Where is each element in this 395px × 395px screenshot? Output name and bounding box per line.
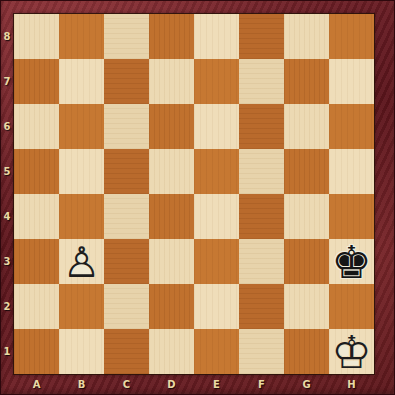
rank-label-5: 5 bbox=[0, 149, 14, 194]
square-g7[interactable] bbox=[284, 59, 329, 104]
square-e1[interactable] bbox=[194, 329, 239, 374]
square-a2[interactable] bbox=[14, 284, 59, 329]
square-b4[interactable] bbox=[59, 194, 104, 239]
square-c2[interactable] bbox=[104, 284, 149, 329]
rank-label-3: 3 bbox=[0, 239, 14, 284]
file-label-f: F bbox=[239, 374, 284, 395]
square-h6[interactable] bbox=[329, 104, 374, 149]
square-b7[interactable] bbox=[59, 59, 104, 104]
square-f7[interactable] bbox=[239, 59, 284, 104]
rank-label-7: 7 bbox=[0, 59, 14, 104]
file-label-a: A bbox=[14, 374, 59, 395]
square-b2[interactable] bbox=[59, 284, 104, 329]
square-d6[interactable] bbox=[149, 104, 194, 149]
square-b3[interactable]: ♟♙ bbox=[59, 239, 104, 284]
square-g2[interactable] bbox=[284, 284, 329, 329]
square-d3[interactable] bbox=[149, 239, 194, 284]
square-d7[interactable] bbox=[149, 59, 194, 104]
white-king-outline: ♔ bbox=[329, 329, 374, 374]
square-a4[interactable] bbox=[14, 194, 59, 239]
square-a1[interactable] bbox=[14, 329, 59, 374]
square-b6[interactable] bbox=[59, 104, 104, 149]
square-g8[interactable] bbox=[284, 14, 329, 59]
square-f2[interactable] bbox=[239, 284, 284, 329]
black-king[interactable]: ♚ bbox=[329, 239, 374, 284]
square-a7[interactable] bbox=[14, 59, 59, 104]
white-pawn[interactable]: ♟♙ bbox=[59, 239, 104, 284]
white-king[interactable]: ♚♔ bbox=[329, 329, 374, 374]
square-c1[interactable] bbox=[104, 329, 149, 374]
square-a3[interactable] bbox=[14, 239, 59, 284]
square-b1[interactable] bbox=[59, 329, 104, 374]
square-a5[interactable] bbox=[14, 149, 59, 194]
square-c8[interactable] bbox=[104, 14, 149, 59]
square-a8[interactable] bbox=[14, 14, 59, 59]
square-e7[interactable] bbox=[194, 59, 239, 104]
square-c5[interactable] bbox=[104, 149, 149, 194]
file-labels: ABCDEFGH bbox=[14, 374, 374, 395]
square-h1[interactable]: ♚♔ bbox=[329, 329, 374, 374]
square-b8[interactable] bbox=[59, 14, 104, 59]
square-c7[interactable] bbox=[104, 59, 149, 104]
rank-label-2: 2 bbox=[0, 284, 14, 329]
square-a6[interactable] bbox=[14, 104, 59, 149]
square-d5[interactable] bbox=[149, 149, 194, 194]
file-label-c: C bbox=[104, 374, 149, 395]
file-label-h: H bbox=[329, 374, 374, 395]
square-g6[interactable] bbox=[284, 104, 329, 149]
square-g1[interactable] bbox=[284, 329, 329, 374]
square-e5[interactable] bbox=[194, 149, 239, 194]
square-c6[interactable] bbox=[104, 104, 149, 149]
square-f5[interactable] bbox=[239, 149, 284, 194]
square-e4[interactable] bbox=[194, 194, 239, 239]
rank-label-8: 8 bbox=[0, 14, 14, 59]
square-g3[interactable] bbox=[284, 239, 329, 284]
file-label-b: B bbox=[59, 374, 104, 395]
rank-label-6: 6 bbox=[0, 104, 14, 149]
square-f1[interactable] bbox=[239, 329, 284, 374]
square-g5[interactable] bbox=[284, 149, 329, 194]
square-f3[interactable] bbox=[239, 239, 284, 284]
square-e3[interactable] bbox=[194, 239, 239, 284]
file-label-g: G bbox=[284, 374, 329, 395]
square-h5[interactable] bbox=[329, 149, 374, 194]
square-c3[interactable] bbox=[104, 239, 149, 284]
chessboard-window: ♟♙♚♚♔ 87654321 ABCDEFGH bbox=[0, 0, 395, 395]
square-h8[interactable] bbox=[329, 14, 374, 59]
square-h4[interactable] bbox=[329, 194, 374, 239]
square-f6[interactable] bbox=[239, 104, 284, 149]
rank-label-1: 1 bbox=[0, 329, 14, 374]
square-e8[interactable] bbox=[194, 14, 239, 59]
black-king-glyph: ♚ bbox=[329, 239, 374, 284]
square-f4[interactable] bbox=[239, 194, 284, 239]
square-d8[interactable] bbox=[149, 14, 194, 59]
square-e2[interactable] bbox=[194, 284, 239, 329]
white-pawn-outline: ♙ bbox=[59, 239, 104, 284]
square-h2[interactable] bbox=[329, 284, 374, 329]
square-f8[interactable] bbox=[239, 14, 284, 59]
rank-labels: 87654321 bbox=[0, 14, 14, 374]
square-d1[interactable] bbox=[149, 329, 194, 374]
square-c4[interactable] bbox=[104, 194, 149, 239]
rank-label-4: 4 bbox=[0, 194, 14, 239]
file-label-d: D bbox=[149, 374, 194, 395]
file-label-e: E bbox=[194, 374, 239, 395]
square-e6[interactable] bbox=[194, 104, 239, 149]
chess-board: ♟♙♚♚♔ bbox=[14, 14, 374, 374]
square-g4[interactable] bbox=[284, 194, 329, 239]
square-h3[interactable]: ♚ bbox=[329, 239, 374, 284]
square-d2[interactable] bbox=[149, 284, 194, 329]
square-h7[interactable] bbox=[329, 59, 374, 104]
square-d4[interactable] bbox=[149, 194, 194, 239]
square-b5[interactable] bbox=[59, 149, 104, 194]
